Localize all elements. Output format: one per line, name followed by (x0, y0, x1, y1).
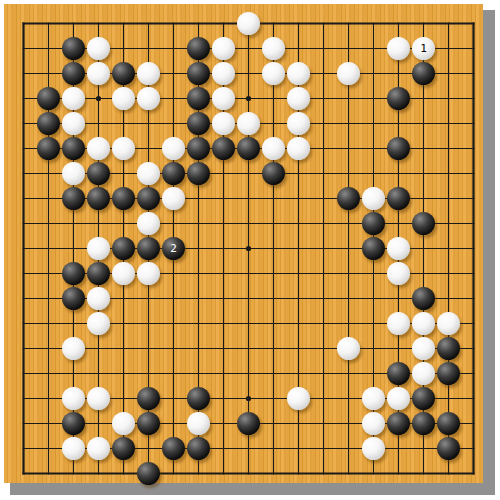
black-stone (187, 437, 210, 460)
white-stone (212, 37, 235, 60)
white-stone (362, 187, 385, 210)
white-stone (87, 37, 110, 60)
white-stone (87, 237, 110, 260)
black-stone (162, 162, 185, 185)
white-stone (387, 37, 410, 60)
black-stone (162, 437, 185, 460)
black-stone (62, 287, 85, 310)
white-stone (337, 62, 360, 85)
white-stone (87, 287, 110, 310)
white-stone (62, 112, 85, 135)
black-stone (237, 137, 260, 160)
white-stone (362, 387, 385, 410)
white-stone (212, 62, 235, 85)
white-stone-move-1: 1 (412, 37, 435, 60)
black-stone (362, 212, 385, 235)
black-stone (437, 337, 460, 360)
white-stone (412, 312, 435, 335)
black-stone (62, 137, 85, 160)
black-stone (87, 262, 110, 285)
black-stone (412, 287, 435, 310)
white-stone (62, 437, 85, 460)
white-stone (62, 87, 85, 110)
white-stone (87, 137, 110, 160)
white-stone (137, 162, 160, 185)
black-stone (387, 362, 410, 385)
black-stone (387, 187, 410, 210)
black-stone (187, 162, 210, 185)
black-stone (62, 412, 85, 435)
white-stone (387, 237, 410, 260)
white-stone (137, 212, 160, 235)
white-stone (212, 87, 235, 110)
white-stone (137, 62, 160, 85)
black-stone (62, 37, 85, 60)
black-stone (137, 187, 160, 210)
black-stone (412, 387, 435, 410)
black-stone (187, 137, 210, 160)
white-stone (387, 262, 410, 285)
black-stone (387, 137, 410, 160)
black-stone (112, 187, 135, 210)
white-stone (412, 337, 435, 360)
white-stone (362, 412, 385, 435)
go-board[interactable]: 12 (11, 11, 486, 486)
white-stone (112, 137, 135, 160)
black-stone (137, 387, 160, 410)
white-stone (137, 87, 160, 110)
white-stone (187, 412, 210, 435)
black-stone (437, 362, 460, 385)
black-stone (112, 237, 135, 260)
black-stone (212, 137, 235, 160)
black-stone (362, 237, 385, 260)
black-stone (412, 212, 435, 235)
black-stone (437, 412, 460, 435)
black-stone (412, 412, 435, 435)
black-stone (412, 62, 435, 85)
black-stone (387, 87, 410, 110)
white-stone (112, 87, 135, 110)
white-stone (62, 387, 85, 410)
black-stone (337, 187, 360, 210)
white-stone (87, 312, 110, 335)
white-stone (287, 137, 310, 160)
white-stone (162, 187, 185, 210)
white-stone (337, 337, 360, 360)
black-stone (62, 262, 85, 285)
white-stone (437, 312, 460, 335)
black-stone (387, 412, 410, 435)
black-stone (112, 62, 135, 85)
white-stone (112, 262, 135, 285)
white-stone (87, 387, 110, 410)
black-stone-move-2: 2 (162, 237, 185, 260)
white-stone (287, 87, 310, 110)
white-stone (262, 137, 285, 160)
black-stone (137, 412, 160, 435)
white-stone (237, 12, 260, 35)
black-stone (62, 62, 85, 85)
white-stone (262, 37, 285, 60)
white-stone (137, 262, 160, 285)
white-stone (387, 387, 410, 410)
white-stone (237, 112, 260, 135)
white-stone (287, 62, 310, 85)
white-stone (362, 437, 385, 460)
white-stone (62, 337, 85, 360)
white-stone (412, 362, 435, 385)
black-stone (187, 37, 210, 60)
black-stone (37, 87, 60, 110)
black-stone (112, 437, 135, 460)
black-stone (37, 112, 60, 135)
white-stone (162, 137, 185, 160)
white-stone (112, 412, 135, 435)
black-stone (62, 187, 85, 210)
black-stone (37, 137, 60, 160)
black-stone (137, 237, 160, 260)
white-stone (387, 312, 410, 335)
black-stone (187, 112, 210, 135)
white-stone (62, 162, 85, 185)
white-stone (212, 112, 235, 135)
black-stone (187, 387, 210, 410)
black-stone (137, 462, 160, 485)
black-stone (237, 412, 260, 435)
go-diagram: 12 (0, 0, 500, 500)
black-stone (187, 87, 210, 110)
black-stone (262, 162, 285, 185)
black-stone (187, 62, 210, 85)
white-stone (262, 62, 285, 85)
white-stone (287, 387, 310, 410)
black-stone (437, 437, 460, 460)
white-stone (87, 437, 110, 460)
white-stone (87, 62, 110, 85)
white-stone (287, 112, 310, 135)
black-stone (87, 187, 110, 210)
black-stone (87, 162, 110, 185)
